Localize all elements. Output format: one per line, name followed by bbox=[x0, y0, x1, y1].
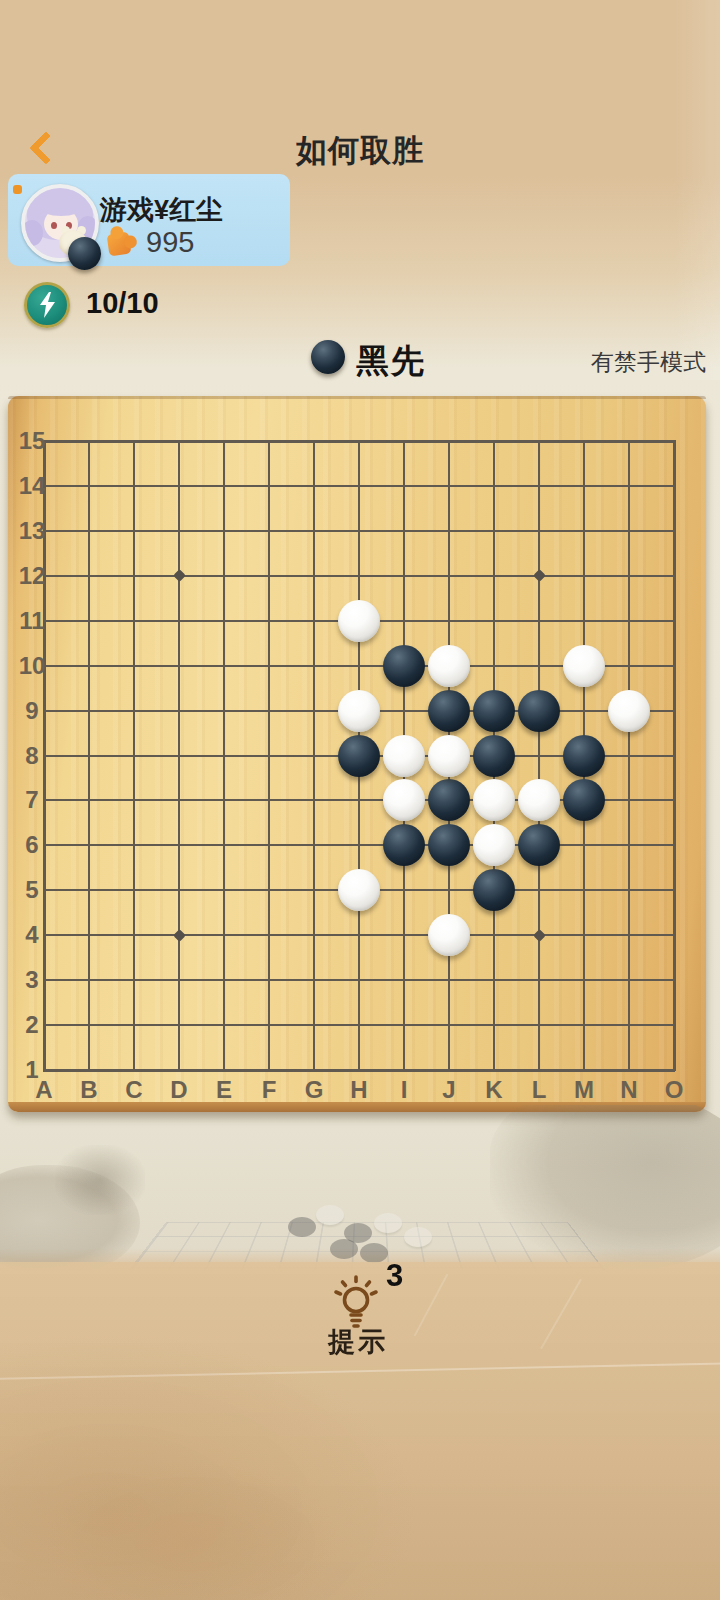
row-label: 14 bbox=[17, 472, 47, 500]
row-label: 9 bbox=[17, 697, 47, 725]
black-stone-icon bbox=[68, 237, 101, 270]
app-screen: 如何取胜 游戏¥红尘 995 10/10 bbox=[0, 0, 720, 1600]
row-label: 13 bbox=[17, 517, 47, 545]
stone-white-H5 bbox=[338, 869, 380, 911]
row-label: 7 bbox=[17, 786, 47, 814]
hint-label: 提示 bbox=[298, 1324, 418, 1360]
col-label: D bbox=[164, 1076, 194, 1104]
stone-black-H8 bbox=[338, 735, 380, 777]
stone-black-J7 bbox=[428, 779, 470, 821]
puzzle-piece-icon bbox=[107, 232, 132, 257]
col-label: A bbox=[29, 1076, 59, 1104]
row-label: 3 bbox=[17, 966, 47, 994]
hint-button[interactable]: 3 提示 bbox=[298, 1252, 428, 1370]
col-label: N bbox=[614, 1076, 644, 1104]
notification-dot bbox=[13, 185, 22, 194]
stone-black-M8 bbox=[563, 735, 605, 777]
background-stone bbox=[404, 1227, 432, 1247]
player-card: 游戏¥红尘 995 bbox=[8, 174, 290, 266]
turn-row: 黑先 有禁手模式 bbox=[0, 336, 720, 384]
background-foliage bbox=[490, 1105, 720, 1270]
grid-line bbox=[538, 440, 540, 1071]
col-label: B bbox=[74, 1076, 104, 1104]
stone-black-I6 bbox=[383, 824, 425, 866]
grid-line bbox=[43, 1024, 675, 1026]
col-label: G bbox=[299, 1076, 329, 1104]
player-name: 游戏¥红尘 bbox=[100, 192, 223, 228]
col-label: F bbox=[254, 1076, 284, 1104]
background-stone bbox=[316, 1205, 344, 1225]
col-label: C bbox=[119, 1076, 149, 1104]
col-label: I bbox=[389, 1076, 419, 1104]
row-label: 4 bbox=[17, 921, 47, 949]
background-highlight bbox=[674, 0, 720, 380]
energy-indicator: 10/10 bbox=[24, 282, 224, 330]
row-label: 12 bbox=[17, 562, 47, 590]
stone-white-K7 bbox=[473, 779, 515, 821]
stone-black-J9 bbox=[428, 690, 470, 732]
stone-black-M7 bbox=[563, 779, 605, 821]
col-label: K bbox=[479, 1076, 509, 1104]
stone-white-I8 bbox=[383, 735, 425, 777]
stone-white-J4 bbox=[428, 914, 470, 956]
col-label: J bbox=[434, 1076, 464, 1104]
grid-line bbox=[43, 1069, 675, 1072]
grid-line bbox=[673, 440, 676, 1071]
hint-count: 3 bbox=[386, 1258, 403, 1294]
row-label: 11 bbox=[17, 607, 47, 635]
background-stone bbox=[374, 1213, 402, 1233]
stone-black-K9 bbox=[473, 690, 515, 732]
avatar-hair-curl bbox=[21, 220, 43, 246]
background-photo bbox=[0, 1105, 720, 1270]
stone-black-L6 bbox=[518, 824, 560, 866]
stone-white-J10 bbox=[428, 645, 470, 687]
row-label: 5 bbox=[17, 876, 47, 904]
row-label: 2 bbox=[17, 1011, 47, 1039]
row-label: 10 bbox=[17, 652, 47, 680]
stone-black-I10 bbox=[383, 645, 425, 687]
star-point bbox=[533, 569, 546, 582]
background-table-line bbox=[540, 1279, 582, 1349]
gomoku-board[interactable]: 151413121110987654321ABCDEFGHIJKLMNO bbox=[8, 396, 706, 1112]
stone-black-J6 bbox=[428, 824, 470, 866]
row-label: 6 bbox=[17, 831, 47, 859]
stone-white-K6 bbox=[473, 824, 515, 866]
grid-line bbox=[43, 979, 675, 981]
forbidden-mode-label: 有禁手模式 bbox=[591, 347, 706, 378]
col-label: O bbox=[659, 1076, 689, 1104]
star-point bbox=[533, 929, 546, 942]
row-label: 15 bbox=[17, 427, 47, 455]
col-label: L bbox=[524, 1076, 554, 1104]
grid-line bbox=[43, 844, 675, 846]
col-label: H bbox=[344, 1076, 374, 1104]
energy-count: 10/10 bbox=[86, 287, 159, 320]
page-title: 如何取胜 bbox=[0, 130, 720, 172]
stone-black-K5 bbox=[473, 869, 515, 911]
col-label: M bbox=[569, 1076, 599, 1104]
stone-white-N9 bbox=[608, 690, 650, 732]
coin-count: 995 bbox=[146, 226, 194, 259]
avatar-bangs bbox=[40, 200, 82, 216]
row-label: 8 bbox=[17, 742, 47, 770]
background-stone bbox=[288, 1217, 316, 1237]
grid-line bbox=[43, 934, 675, 936]
col-label: E bbox=[209, 1076, 239, 1104]
background-bush bbox=[40, 1462, 340, 1600]
stone-black-L9 bbox=[518, 690, 560, 732]
board-grid bbox=[44, 441, 674, 1070]
stone-white-J8 bbox=[428, 735, 470, 777]
stone-white-M10 bbox=[563, 645, 605, 687]
stone-white-H9 bbox=[338, 690, 380, 732]
avatar-eye bbox=[51, 222, 57, 229]
stone-white-I7 bbox=[383, 779, 425, 821]
stone-white-H11 bbox=[338, 600, 380, 642]
turn-label: 黑先 bbox=[356, 339, 426, 384]
stone-white-L7 bbox=[518, 779, 560, 821]
stone-black-K8 bbox=[473, 735, 515, 777]
background-rock bbox=[55, 1145, 145, 1215]
lightning-icon bbox=[24, 282, 70, 328]
black-stone-icon bbox=[311, 340, 345, 374]
star-point bbox=[173, 929, 186, 942]
star-point bbox=[173, 569, 186, 582]
grid-line bbox=[628, 440, 630, 1071]
